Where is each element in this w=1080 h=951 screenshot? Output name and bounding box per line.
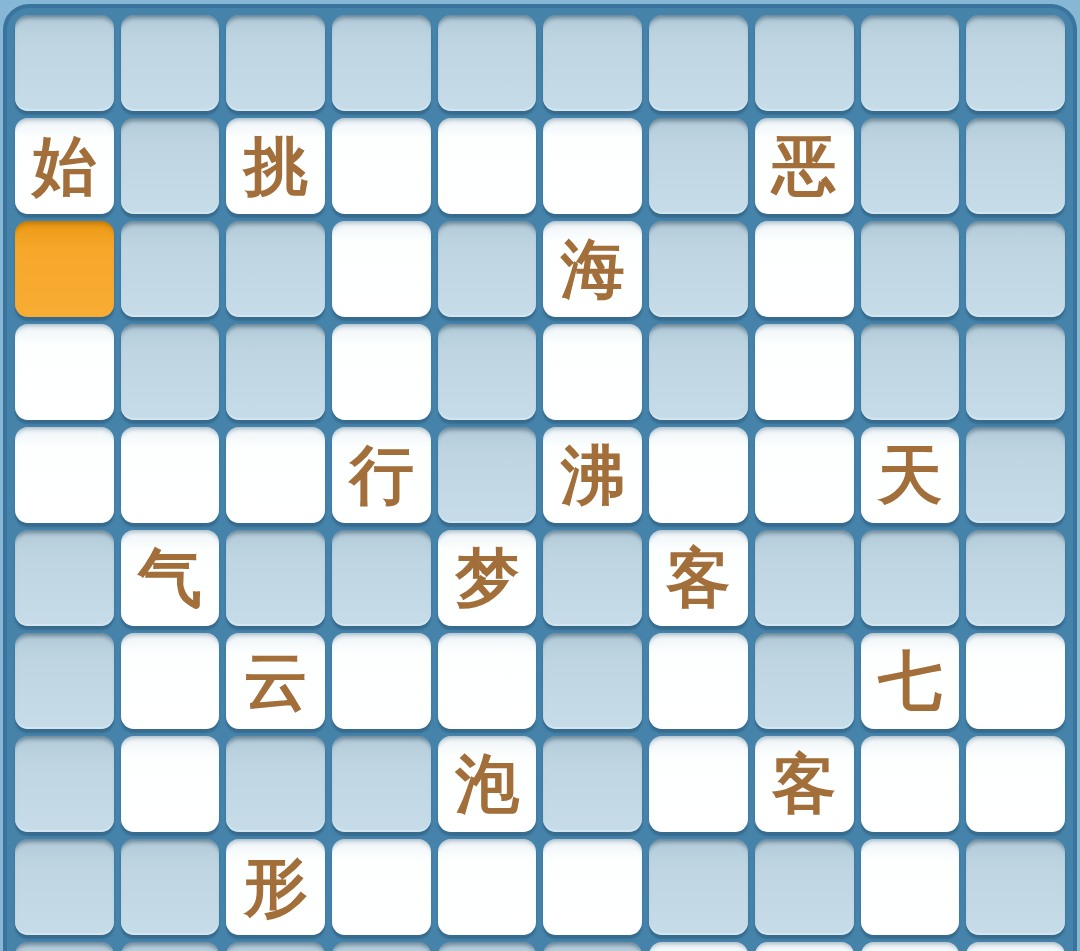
inactive-cell-r7-c6 [543,633,642,729]
character-tile-r8-c5[interactable]: 泡 [438,736,537,832]
inactive-cell-r1-c9 [861,15,960,111]
character-tile-r2-c1[interactable]: 始 [15,118,114,214]
character-tile-r6-c5[interactable]: 梦 [438,530,537,626]
empty-slot-r4-c1[interactable] [15,324,114,420]
inactive-cell-r8-c3 [226,736,325,832]
character-tile-r5-c6[interactable]: 沸 [543,427,642,523]
inactive-cell-r9-c10 [966,839,1065,935]
tile-character: 海 [561,237,625,301]
tile-character: 沸 [561,443,625,507]
tile-character: 形 [244,855,308,919]
inactive-cell-r3-c3 [226,221,325,317]
selected-slot-r3-c1[interactable] [15,221,114,317]
empty-slot-r5-c2[interactable] [121,427,220,523]
inactive-cell-r4-c10 [966,324,1065,420]
empty-slot-r10-c10[interactable] [966,942,1065,951]
inactive-cell-r1-c3 [226,15,325,111]
inactive-cell-r9-c8 [755,839,854,935]
empty-slot-r3-c8[interactable] [755,221,854,317]
inactive-cell-r3-c10 [966,221,1065,317]
inactive-cell-r6-c6 [543,530,642,626]
inactive-cell-r6-c3 [226,530,325,626]
character-tile-r7-c3[interactable]: 云 [226,633,325,729]
inactive-cell-r8-c4 [332,736,431,832]
character-tile-r2-c3[interactable]: 挑 [226,118,325,214]
empty-slot-r9-c5[interactable] [438,839,537,935]
empty-slot-r7-c10[interactable] [966,633,1065,729]
empty-slot-r9-c6[interactable] [543,839,642,935]
tile-character: 客 [772,752,836,816]
empty-slot-r2-c6[interactable] [543,118,642,214]
inactive-cell-r1-c1 [15,15,114,111]
inactive-cell-r1-c8 [755,15,854,111]
inactive-cell-r4-c7 [649,324,748,420]
inactive-cell-r5-c10 [966,427,1065,523]
empty-slot-r7-c2[interactable] [121,633,220,729]
tile-character: 恶 [772,134,836,198]
tile-character: 梦 [455,546,519,610]
inactive-cell-r8-c6 [543,736,642,832]
inactive-cell-r10-c6 [543,942,642,951]
inactive-cell-r10-c4 [332,942,431,951]
inactive-cell-r9-c2 [121,839,220,935]
tile-character: 始 [32,134,96,198]
empty-slot-r4-c4[interactable] [332,324,431,420]
empty-slot-r8-c9[interactable] [861,736,960,832]
inactive-cell-r1-c4 [332,15,431,111]
empty-slot-r2-c4[interactable] [332,118,431,214]
inactive-cell-r6-c9 [861,530,960,626]
character-tile-r3-c6[interactable]: 海 [543,221,642,317]
empty-slot-r4-c6[interactable] [543,324,642,420]
inactive-cell-r10-c1 [15,942,114,951]
inactive-cell-r3-c5 [438,221,537,317]
empty-slot-r10-c7[interactable] [649,942,748,951]
tile-character: 客 [667,546,731,610]
empty-slot-r10-c9[interactable] [861,942,960,951]
empty-slot-r10-c8[interactable] [755,942,854,951]
inactive-cell-r4-c3 [226,324,325,420]
inactive-cell-r1-c10 [966,15,1065,111]
inactive-cell-r6-c8 [755,530,854,626]
tile-character: 天 [878,443,942,507]
character-tile-r6-c7[interactable]: 客 [649,530,748,626]
inactive-cell-r9-c1 [15,839,114,935]
inactive-cell-r7-c1 [15,633,114,729]
inactive-cell-r4-c9 [861,324,960,420]
inactive-cell-r6-c10 [966,530,1065,626]
character-tile-r8-c8[interactable]: 客 [755,736,854,832]
inactive-cell-r8-c1 [15,736,114,832]
inactive-cell-r1-c6 [543,15,642,111]
character-tile-r2-c8[interactable]: 恶 [755,118,854,214]
inactive-cell-r10-c2 [121,942,220,951]
tile-character: 挑 [244,134,308,198]
inactive-cell-r2-c7 [649,118,748,214]
empty-slot-r8-c7[interactable] [649,736,748,832]
inactive-cell-r1-c2 [121,15,220,111]
inactive-cell-r2-c10 [966,118,1065,214]
character-tile-r7-c9[interactable]: 七 [861,633,960,729]
empty-slot-r5-c1[interactable] [15,427,114,523]
empty-slot-r7-c4[interactable] [332,633,431,729]
empty-slot-r3-c4[interactable] [332,221,431,317]
empty-slot-r8-c2[interactable] [121,736,220,832]
inactive-cell-r3-c2 [121,221,220,317]
empty-slot-r9-c9[interactable] [861,839,960,935]
inactive-cell-r6-c4 [332,530,431,626]
inactive-cell-r4-c2 [121,324,220,420]
inactive-cell-r3-c7 [649,221,748,317]
empty-slot-r7-c5[interactable] [438,633,537,729]
inactive-cell-r9-c7 [649,839,748,935]
character-tile-r9-c3[interactable]: 形 [226,839,325,935]
empty-slot-r9-c4[interactable] [332,839,431,935]
empty-slot-r5-c7[interactable] [649,427,748,523]
empty-slot-r7-c7[interactable] [649,633,748,729]
tile-character: 云 [244,649,308,713]
tile-character: 行 [349,443,413,507]
inactive-cell-r1-c7 [649,15,748,111]
inactive-cell-r4-c5 [438,324,537,420]
character-tile-r6-c2[interactable]: 气 [121,530,220,626]
empty-slot-r5-c8[interactable] [755,427,854,523]
inactive-cell-r2-c2 [121,118,220,214]
tile-character: 泡 [455,752,519,816]
inactive-cell-r10-c3 [226,942,325,951]
empty-slot-r4-c8[interactable] [755,324,854,420]
inactive-cell-r10-c5 [438,942,537,951]
inactive-cell-r5-c5 [438,427,537,523]
empty-slot-r8-c10[interactable] [966,736,1065,832]
character-tile-r5-c4[interactable]: 行 [332,427,431,523]
tile-character: 七 [878,649,942,713]
inactive-cell-r2-c9 [861,118,960,214]
inactive-cell-r1-c5 [438,15,537,111]
empty-slot-r5-c3[interactable] [226,427,325,523]
empty-slot-r2-c5[interactable] [438,118,537,214]
inactive-cell-r7-c8 [755,633,854,729]
tile-character: 气 [138,546,202,610]
puzzle-board: 始挑恶海行沸天气梦客云七泡客形 [15,15,1065,951]
character-tile-r5-c9[interactable]: 天 [861,427,960,523]
inactive-cell-r6-c1 [15,530,114,626]
inactive-cell-r3-c9 [861,221,960,317]
